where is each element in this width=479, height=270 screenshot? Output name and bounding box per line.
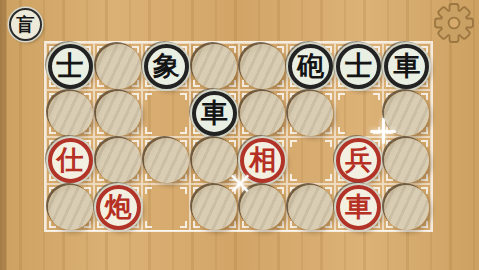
board-cell-r3c7[interactable]: 兵 — [335, 137, 383, 184]
board-cell-r1c1[interactable]: 士 — [46, 43, 94, 90]
board-cell-r4c8[interactable] — [383, 184, 431, 231]
board-cell-r3c5[interactable]: 相 — [239, 137, 287, 184]
piece-character: 士 — [345, 52, 372, 79]
board-cell-r4c6[interactable] — [287, 184, 335, 231]
piece-face-down[interactable] — [384, 138, 429, 183]
piece-face-down[interactable] — [384, 185, 429, 230]
piece-face-down[interactable] — [240, 44, 285, 89]
board-cell-r1c5[interactable] — [239, 43, 287, 90]
piece-black-faceup[interactable]: 車 — [384, 44, 429, 89]
board-cell-r2c6[interactable] — [287, 90, 335, 137]
blind-mode-button[interactable]: 盲 — [9, 8, 42, 41]
board-cell-r3c1[interactable]: 仕 — [46, 137, 94, 184]
board-cell-r1c4[interactable] — [190, 43, 238, 90]
board-cell-r4c1[interactable] — [46, 184, 94, 231]
piece-character: 士 — [57, 52, 84, 79]
piece-character: 炮 — [105, 193, 132, 220]
board-cell-r3c6[interactable] — [287, 137, 335, 184]
board-cell-r4c7[interactable]: 車 — [335, 184, 383, 231]
piece-character: 象 — [153, 52, 180, 79]
piece-black-faceup[interactable]: 士 — [336, 44, 381, 89]
piece-character: 車 — [345, 193, 372, 220]
piece-face-down[interactable] — [384, 91, 429, 136]
board-cell-r1c2[interactable] — [94, 43, 142, 90]
piece-black-faceup[interactable]: 象 — [144, 44, 189, 89]
piece-face-down[interactable] — [288, 185, 333, 230]
banqi-table: 盲 士象砲士車車仕相兵炮車 — [0, 0, 479, 270]
board-cell-r2c1[interactable] — [46, 90, 94, 137]
piece-character: 車 — [201, 99, 228, 126]
board-cell-r4c4[interactable] — [190, 184, 238, 231]
board-cell-r2c2[interactable] — [94, 90, 142, 137]
board-cell-r3c8[interactable] — [383, 137, 431, 184]
piece-character: 仕 — [57, 146, 84, 173]
piece-face-down[interactable] — [96, 91, 141, 136]
board-cell-r3c4[interactable] — [190, 137, 238, 184]
piece-face-down[interactable] — [240, 185, 285, 230]
board-cell-r3c2[interactable] — [94, 137, 142, 184]
blind-mode-label: 盲 — [17, 16, 35, 34]
board-cell-r4c3[interactable] — [142, 184, 190, 231]
piece-face-down[interactable] — [288, 91, 333, 136]
piece-face-down[interactable] — [48, 91, 93, 136]
piece-face-down[interactable] — [48, 185, 93, 230]
piece-face-down[interactable] — [96, 138, 141, 183]
board-cell-r1c6[interactable]: 砲 — [287, 43, 335, 90]
piece-face-down[interactable] — [144, 138, 189, 183]
board-cell-r4c5[interactable] — [239, 184, 287, 231]
board-cell-r2c8[interactable] — [383, 90, 431, 137]
board-cell-r1c3[interactable]: 象 — [142, 43, 190, 90]
piece-character: 相 — [249, 146, 276, 173]
board-cell-r2c7[interactable] — [335, 90, 383, 137]
piece-character: 兵 — [345, 146, 372, 173]
piece-face-down[interactable] — [96, 44, 141, 89]
piece-black-faceup[interactable]: 士 — [48, 44, 93, 89]
board-cell-r2c5[interactable] — [239, 90, 287, 137]
piece-red-faceup[interactable]: 仕 — [48, 138, 93, 183]
piece-face-down[interactable] — [240, 91, 285, 136]
board-cell-r3c3[interactable] — [142, 137, 190, 184]
board-cell-r4c2[interactable]: 炮 — [94, 184, 142, 231]
piece-red-faceup[interactable]: 相 — [240, 138, 285, 183]
piece-face-down[interactable] — [192, 138, 237, 183]
piece-face-down[interactable] — [192, 44, 237, 89]
piece-red-faceup[interactable]: 兵 — [336, 138, 381, 183]
settings-gear-icon[interactable] — [434, 3, 474, 43]
piece-character: 砲 — [297, 52, 324, 79]
piece-red-faceup[interactable]: 車 — [336, 185, 381, 230]
board-cell-r1c7[interactable]: 士 — [335, 43, 383, 90]
piece-black-faceup[interactable]: 車 — [192, 91, 237, 136]
piece-black-faceup[interactable]: 砲 — [288, 44, 333, 89]
board-cell-r2c4[interactable]: 車 — [190, 90, 238, 137]
piece-red-faceup[interactable]: 炮 — [96, 185, 141, 230]
piece-face-down[interactable] — [192, 185, 237, 230]
board-cell-r2c3[interactable] — [142, 90, 190, 137]
piece-character: 車 — [393, 52, 420, 79]
board-cell-r1c8[interactable]: 車 — [383, 43, 431, 90]
banqi-board: 士象砲士車車仕相兵炮車 — [44, 41, 433, 232]
